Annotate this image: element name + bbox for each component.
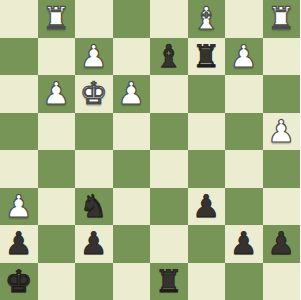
square-d5[interactable] bbox=[113, 113, 151, 151]
square-b6[interactable]: ♟ bbox=[38, 75, 76, 113]
square-d6[interactable]: ♟ bbox=[113, 75, 151, 113]
square-d8[interactable] bbox=[113, 0, 151, 38]
square-a1[interactable]: ♚ bbox=[0, 263, 38, 300]
black-pawn-piece[interactable]: ♟ bbox=[267, 225, 295, 263]
square-b8[interactable]: ♜ bbox=[38, 0, 76, 38]
square-b2[interactable] bbox=[38, 225, 76, 263]
square-a8[interactable] bbox=[0, 0, 38, 38]
square-f7[interactable]: ♜ bbox=[188, 38, 226, 76]
square-c4[interactable] bbox=[75, 150, 113, 188]
square-f3[interactable]: ♟ bbox=[188, 188, 226, 226]
square-e8[interactable] bbox=[150, 0, 188, 38]
square-a7[interactable] bbox=[0, 38, 38, 76]
white-bishop-piece[interactable]: ♝ bbox=[192, 0, 220, 38]
square-h3[interactable] bbox=[263, 188, 301, 226]
square-b3[interactable] bbox=[38, 188, 76, 226]
black-knight-piece[interactable]: ♞ bbox=[80, 188, 108, 226]
square-f5[interactable] bbox=[188, 113, 226, 151]
square-e6[interactable] bbox=[150, 75, 188, 113]
square-h7[interactable] bbox=[263, 38, 301, 76]
square-h4[interactable] bbox=[263, 150, 301, 188]
black-pawn-piece[interactable]: ♟ bbox=[5, 225, 33, 263]
black-bishop-piece[interactable]: ♝ bbox=[155, 38, 183, 76]
square-a5[interactable] bbox=[0, 113, 38, 151]
white-pawn-piece[interactable]: ♟ bbox=[267, 113, 295, 151]
black-pawn-piece[interactable]: ♟ bbox=[80, 225, 108, 263]
black-rook-piece[interactable]: ♜ bbox=[155, 263, 183, 300]
square-e7[interactable]: ♝ bbox=[150, 38, 188, 76]
square-c7[interactable]: ♟ bbox=[75, 38, 113, 76]
white-king-piece[interactable]: ♚ bbox=[80, 75, 108, 113]
square-a6[interactable] bbox=[0, 75, 38, 113]
square-c2[interactable]: ♟ bbox=[75, 225, 113, 263]
square-d1[interactable] bbox=[113, 263, 151, 300]
white-rook-piece[interactable]: ♜ bbox=[42, 0, 70, 38]
black-rook-piece[interactable]: ♜ bbox=[192, 38, 220, 76]
square-e4[interactable] bbox=[150, 150, 188, 188]
square-d2[interactable] bbox=[113, 225, 151, 263]
square-c5[interactable] bbox=[75, 113, 113, 151]
square-h8[interactable]: ♜ bbox=[263, 0, 301, 38]
square-h6[interactable] bbox=[263, 75, 301, 113]
square-a3[interactable]: ♟ bbox=[0, 188, 38, 226]
square-e3[interactable] bbox=[150, 188, 188, 226]
black-pawn-piece[interactable]: ♟ bbox=[230, 225, 258, 263]
square-b4[interactable] bbox=[38, 150, 76, 188]
white-pawn-piece[interactable]: ♟ bbox=[80, 38, 108, 76]
white-rook-piece[interactable]: ♜ bbox=[267, 0, 295, 38]
square-b7[interactable] bbox=[38, 38, 76, 76]
square-a2[interactable]: ♟ bbox=[0, 225, 38, 263]
square-h1[interactable] bbox=[263, 263, 301, 300]
black-king-piece[interactable]: ♚ bbox=[5, 263, 33, 300]
square-e1[interactable]: ♜ bbox=[150, 263, 188, 300]
square-a4[interactable] bbox=[0, 150, 38, 188]
square-h5[interactable]: ♟ bbox=[263, 113, 301, 151]
square-f2[interactable] bbox=[188, 225, 226, 263]
chess-board: ♜♝♜♟♝♜♟♟♚♟♟♟♞♟♟♟♟♟♚♜ bbox=[0, 0, 300, 300]
square-c8[interactable] bbox=[75, 0, 113, 38]
square-b5[interactable] bbox=[38, 113, 76, 151]
square-g2[interactable]: ♟ bbox=[225, 225, 263, 263]
white-pawn-piece[interactable]: ♟ bbox=[230, 38, 258, 76]
square-f6[interactable] bbox=[188, 75, 226, 113]
square-g4[interactable] bbox=[225, 150, 263, 188]
square-d3[interactable] bbox=[113, 188, 151, 226]
square-g5[interactable] bbox=[225, 113, 263, 151]
white-pawn-piece[interactable]: ♟ bbox=[117, 75, 145, 113]
square-e2[interactable] bbox=[150, 225, 188, 263]
square-g8[interactable] bbox=[225, 0, 263, 38]
square-g3[interactable] bbox=[225, 188, 263, 226]
white-pawn-piece[interactable]: ♟ bbox=[5, 188, 33, 226]
square-g6[interactable] bbox=[225, 75, 263, 113]
square-f4[interactable] bbox=[188, 150, 226, 188]
square-d4[interactable] bbox=[113, 150, 151, 188]
square-c6[interactable]: ♚ bbox=[75, 75, 113, 113]
square-c1[interactable] bbox=[75, 263, 113, 300]
square-c3[interactable]: ♞ bbox=[75, 188, 113, 226]
square-f1[interactable] bbox=[188, 263, 226, 300]
square-b1[interactable] bbox=[38, 263, 76, 300]
square-g1[interactable] bbox=[225, 263, 263, 300]
square-d7[interactable] bbox=[113, 38, 151, 76]
square-g7[interactable]: ♟ bbox=[225, 38, 263, 76]
square-e5[interactable] bbox=[150, 113, 188, 151]
white-pawn-piece[interactable]: ♟ bbox=[42, 75, 70, 113]
black-pawn-piece[interactable]: ♟ bbox=[192, 188, 220, 226]
square-h2[interactable]: ♟ bbox=[263, 225, 301, 263]
square-f8[interactable]: ♝ bbox=[188, 0, 226, 38]
